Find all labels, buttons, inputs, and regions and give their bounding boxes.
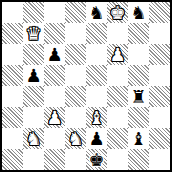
square-f2[interactable] — [107, 128, 128, 149]
piece-white-knight[interactable]: ♞ — [67, 130, 83, 148]
square-d5[interactable] — [65, 65, 86, 86]
piece-black-knight[interactable]: ♞ — [130, 4, 146, 22]
square-e2[interactable]: ♟ — [86, 128, 107, 149]
square-c5[interactable] — [44, 65, 65, 86]
square-d2[interactable]: ♞ — [65, 128, 86, 149]
square-c3[interactable]: ♟ — [44, 107, 65, 128]
square-b2[interactable]: ♞ — [23, 128, 44, 149]
piece-white-king[interactable]: ♚ — [109, 4, 125, 22]
square-c8[interactable] — [44, 2, 65, 23]
square-a2[interactable] — [2, 128, 23, 149]
square-e6[interactable] — [86, 44, 107, 65]
piece-black-bishop[interactable]: ♝ — [130, 130, 146, 148]
square-b5[interactable]: ♟ — [23, 65, 44, 86]
square-f6[interactable]: ♟ — [107, 44, 128, 65]
square-a4[interactable] — [2, 86, 23, 107]
square-h4[interactable] — [149, 86, 170, 107]
square-d7[interactable] — [65, 23, 86, 44]
square-g3[interactable] — [128, 107, 149, 128]
square-d4[interactable] — [65, 86, 86, 107]
piece-black-pawn[interactable]: ♟ — [88, 130, 104, 148]
square-h8[interactable] — [149, 2, 170, 23]
piece-white-bishop[interactable]: ♝ — [88, 109, 104, 127]
square-c6[interactable]: ♟ — [44, 44, 65, 65]
square-a5[interactable] — [2, 65, 23, 86]
square-b8[interactable] — [23, 2, 44, 23]
piece-black-pawn[interactable]: ♟ — [25, 67, 41, 85]
square-c2[interactable] — [44, 128, 65, 149]
piece-white-pawn[interactable]: ♟ — [109, 46, 125, 64]
square-g2[interactable]: ♝ — [128, 128, 149, 149]
square-b4[interactable] — [23, 86, 44, 107]
square-e7[interactable] — [86, 23, 107, 44]
square-g6[interactable] — [128, 44, 149, 65]
square-a1[interactable] — [2, 149, 23, 170]
square-d6[interactable] — [65, 44, 86, 65]
square-c7[interactable] — [44, 23, 65, 44]
square-c4[interactable] — [44, 86, 65, 107]
square-f7[interactable] — [107, 23, 128, 44]
square-a3[interactable] — [2, 107, 23, 128]
square-g8[interactable]: ♞ — [128, 2, 149, 23]
square-d3[interactable] — [65, 107, 86, 128]
square-d1[interactable] — [65, 149, 86, 170]
square-h3[interactable] — [149, 107, 170, 128]
square-f1[interactable] — [107, 149, 128, 170]
piece-white-knight[interactable]: ♞ — [25, 130, 41, 148]
piece-black-knight[interactable]: ♞ — [88, 4, 104, 22]
square-e3[interactable]: ♝ — [86, 107, 107, 128]
square-a8[interactable] — [2, 2, 23, 23]
square-c1[interactable] — [44, 149, 65, 170]
square-f4[interactable] — [107, 86, 128, 107]
square-a6[interactable] — [2, 44, 23, 65]
square-g4[interactable]: ♜ — [128, 86, 149, 107]
square-g7[interactable] — [128, 23, 149, 44]
square-f8[interactable]: ♚ — [107, 2, 128, 23]
piece-white-queen[interactable]: ♛ — [25, 25, 41, 43]
square-h7[interactable] — [149, 23, 170, 44]
chess-board: ♞♚♞♛♟♟♟♜♟♝♞♞♟♝♚ — [0, 0, 172, 172]
square-e1[interactable]: ♚ — [86, 149, 107, 170]
square-e4[interactable] — [86, 86, 107, 107]
square-d8[interactable] — [65, 2, 86, 23]
square-b3[interactable] — [23, 107, 44, 128]
square-e8[interactable]: ♞ — [86, 2, 107, 23]
square-a7[interactable] — [2, 23, 23, 44]
square-f3[interactable] — [107, 107, 128, 128]
square-g5[interactable] — [128, 65, 149, 86]
square-g1[interactable] — [128, 149, 149, 170]
square-h5[interactable] — [149, 65, 170, 86]
piece-black-rook[interactable]: ♜ — [130, 88, 146, 106]
square-b7[interactable]: ♛ — [23, 23, 44, 44]
square-h6[interactable] — [149, 44, 170, 65]
square-e5[interactable] — [86, 65, 107, 86]
piece-black-king[interactable]: ♚ — [88, 151, 104, 169]
piece-black-pawn[interactable]: ♟ — [46, 46, 62, 64]
square-h2[interactable] — [149, 128, 170, 149]
square-b1[interactable] — [23, 149, 44, 170]
square-f5[interactable] — [107, 65, 128, 86]
square-b6[interactable] — [23, 44, 44, 65]
piece-white-pawn[interactable]: ♟ — [46, 109, 62, 127]
square-h1[interactable] — [149, 149, 170, 170]
